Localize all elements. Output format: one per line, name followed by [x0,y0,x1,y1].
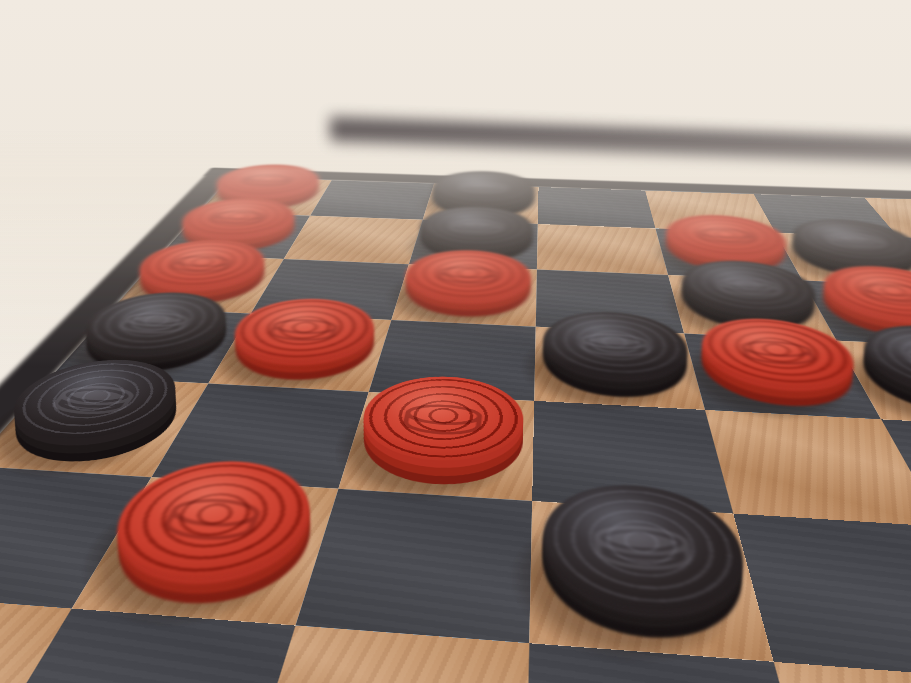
red-piece: ⛀ [401,268,529,323]
square-r4c4 [705,410,911,527]
piece-glyph: ⛀ [394,388,488,446]
red-piece: ⛀ [221,318,382,387]
piece-glyph: ⛀ [432,257,502,290]
square-r5c3: ⛂ [529,501,773,662]
square-r4c2: ⛀ [338,392,534,501]
piece-glyph: ⛂ [708,268,790,303]
square-r2c2: ⛀ [391,264,537,326]
square-r1c3 [537,224,668,275]
piece-glyph: ⛀ [730,328,826,374]
piece-glyph: ⛂ [815,225,896,253]
piece-glyph: ⛂ [105,301,204,342]
square-r0c3 [538,187,656,228]
checkers-board: ⛀⛂⛀⛂⛀⛂⛀⛀⛂⛀⛂⛀⛂⛀⛂⛂⛀⛀⛂ [0,177,911,683]
piece-glyph: ⛂ [34,371,153,425]
square-r0c1 [310,180,434,220]
piece-glyph: ⛀ [146,477,278,556]
black-piece: ⛂ [544,331,693,404]
red-piece: ⛀ [90,484,324,614]
square-r1c1 [284,216,423,265]
red-piece: ⛀ [694,338,867,413]
piece-glyph: ⛂ [445,212,507,238]
photo-scene: ⛀⛂⛀⛂⛀⛂⛀⛀⛂⛀⛂⛀⛂⛀⛂⛂⛀⛀⛂ [0,0,911,683]
piece-glyph: ⛀ [848,274,911,310]
piece-glyph: ⛀ [691,221,763,249]
square-r3c1: ⛀ [208,313,391,392]
piece-glyph: ⛀ [159,247,243,279]
red-piece: ⛀ [352,398,524,494]
piece-glyph: ⛀ [235,169,300,190]
piece-glyph: ⛂ [455,176,510,198]
black-piece: ⛂ [544,509,756,650]
piece-glyph: ⛀ [201,204,274,229]
square-r3c3: ⛂ [534,327,705,410]
square-r5c2 [295,489,532,643]
piece-glyph: ⛀ [258,307,348,349]
piece-glyph: ⛂ [576,321,657,365]
piece-glyph: ⛂ [587,502,703,588]
